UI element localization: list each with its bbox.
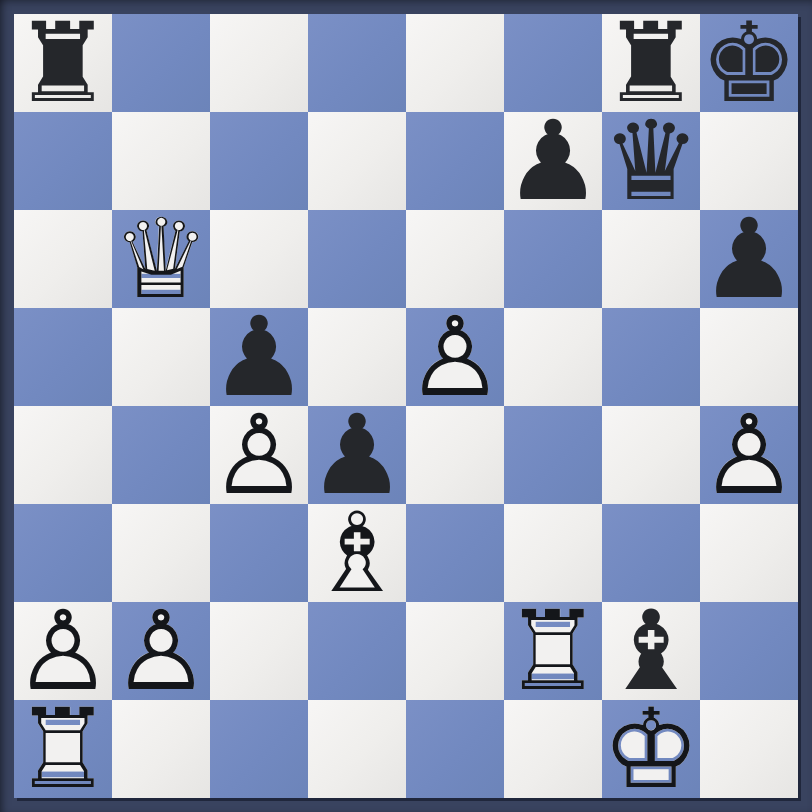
square-a6[interactable]: [14, 210, 112, 308]
square-e7[interactable]: [406, 112, 504, 210]
white-rook[interactable]: ♜♖: [504, 602, 602, 700]
white-king-icon: ♔: [602, 694, 701, 804]
white-pawn[interactable]: ♟♙: [210, 406, 308, 504]
board-frame: ♜♜♚♟♛♛♕♟♟♟♙♟♙♟♟♙♝♗♟♙♟♙♜♖♝♜♖♚♔: [0, 0, 812, 812]
black-queen-icon: ♛: [602, 106, 701, 216]
white-pawn[interactable]: ♟♙: [112, 602, 210, 700]
square-b4[interactable]: [112, 406, 210, 504]
white-queen-icon: ♕: [112, 204, 211, 314]
square-e8[interactable]: [406, 14, 504, 112]
white-king[interactable]: ♚♔: [602, 700, 700, 798]
black-rook[interactable]: ♜: [14, 14, 112, 112]
white-pawn[interactable]: ♟♙: [406, 308, 504, 406]
square-b2[interactable]: ♟♙: [112, 602, 210, 700]
square-c1[interactable]: [210, 700, 308, 798]
square-f2[interactable]: ♜♖: [504, 602, 602, 700]
white-rook-icon: ♖: [14, 694, 113, 804]
white-pawn-icon: ♙: [112, 596, 211, 706]
square-f7[interactable]: ♟: [504, 112, 602, 210]
black-pawn[interactable]: ♟: [700, 210, 798, 308]
black-pawn-icon: ♟: [504, 106, 603, 216]
square-f4[interactable]: [504, 406, 602, 504]
square-h8[interactable]: ♚: [700, 14, 798, 112]
square-c7[interactable]: [210, 112, 308, 210]
square-a8[interactable]: ♜: [14, 14, 112, 112]
square-b8[interactable]: [112, 14, 210, 112]
black-pawn-icon: ♟: [700, 204, 799, 314]
square-h4[interactable]: ♟♙: [700, 406, 798, 504]
white-pawn[interactable]: ♟♙: [700, 406, 798, 504]
white-queen[interactable]: ♛♕: [112, 210, 210, 308]
white-bishop[interactable]: ♝♗: [308, 504, 406, 602]
square-d8[interactable]: [308, 14, 406, 112]
square-d1[interactable]: [308, 700, 406, 798]
square-a1[interactable]: ♜♖: [14, 700, 112, 798]
square-d3[interactable]: ♝♗: [308, 504, 406, 602]
black-king[interactable]: ♚: [700, 14, 798, 112]
chess-board: ♜♜♚♟♛♛♕♟♟♟♙♟♙♟♟♙♝♗♟♙♟♙♜♖♝♜♖♚♔: [14, 14, 798, 798]
square-d6[interactable]: [308, 210, 406, 308]
white-bishop-icon: ♗: [308, 498, 407, 608]
white-rook-icon: ♖: [504, 596, 603, 706]
square-g1[interactable]: ♚♔: [602, 700, 700, 798]
square-g5[interactable]: [602, 308, 700, 406]
square-a5[interactable]: [14, 308, 112, 406]
black-rook-icon: ♜: [14, 8, 113, 118]
white-rook[interactable]: ♜♖: [14, 700, 112, 798]
black-queen[interactable]: ♛: [602, 112, 700, 210]
square-g7[interactable]: ♛: [602, 112, 700, 210]
square-g4[interactable]: [602, 406, 700, 504]
square-e3[interactable]: [406, 504, 504, 602]
square-f5[interactable]: [504, 308, 602, 406]
square-d7[interactable]: [308, 112, 406, 210]
square-e5[interactable]: ♟♙: [406, 308, 504, 406]
square-c4[interactable]: ♟♙: [210, 406, 308, 504]
black-pawn[interactable]: ♟: [504, 112, 602, 210]
square-h1[interactable]: [700, 700, 798, 798]
square-c2[interactable]: [210, 602, 308, 700]
white-pawn-icon: ♙: [210, 400, 309, 510]
square-a4[interactable]: [14, 406, 112, 504]
white-pawn-icon: ♙: [406, 302, 505, 412]
square-e1[interactable]: [406, 700, 504, 798]
black-king-icon: ♚: [700, 8, 799, 118]
square-b6[interactable]: ♛♕: [112, 210, 210, 308]
square-e2[interactable]: [406, 602, 504, 700]
square-h6[interactable]: ♟: [700, 210, 798, 308]
square-h2[interactable]: [700, 602, 798, 700]
white-pawn-icon: ♙: [700, 400, 799, 510]
square-c8[interactable]: [210, 14, 308, 112]
